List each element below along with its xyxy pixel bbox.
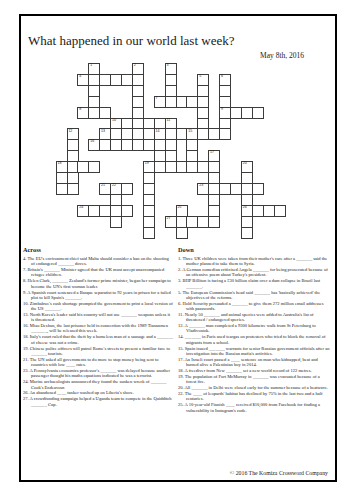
cell-number: 18 [57, 162, 61, 166]
down-clues-column: Down 1. Three UK children were taken fro… [178, 246, 331, 414]
cell-number: 24 [79, 206, 83, 210]
clue: 23. A Pennsylvania economics professor's… [23, 368, 173, 379]
page-title: What happened in our world last week? [28, 33, 234, 49]
across-clues-column: Across 4. The EU's environment chief sai… [23, 246, 173, 408]
cell-number: 5 [199, 75, 201, 79]
cell-number: 16 [90, 140, 94, 144]
grid-cell[interactable] [88, 161, 100, 173]
cell-number: 7 [156, 97, 158, 101]
cell-number: 19 [145, 162, 149, 166]
clue: 25. A 10-year-old Finnish ____ received … [178, 402, 331, 413]
grid-cell[interactable] [252, 107, 264, 119]
puzzle-date: May 8th, 2016 [260, 51, 304, 60]
clue: 15. Spain issued _______ warrants for se… [178, 346, 331, 357]
across-clue-list: 4. The EU's environment chief said Malta… [23, 256, 173, 407]
cell-number: 26 [243, 206, 247, 210]
cell-number: 12 [68, 130, 72, 134]
cell-number: 11 [166, 119, 170, 123]
grid-cell[interactable] [121, 205, 133, 217]
clue: 5. The European Commission's head said _… [178, 290, 331, 301]
clue: 19. Chinese police officers will patrol … [23, 346, 173, 357]
clue: 11. Nearly 50 _______ and animal species… [178, 312, 331, 323]
clue: 21. The UN asked all governments to do m… [23, 357, 173, 368]
cell-number: 6 [221, 75, 223, 79]
cell-number: 22 [112, 184, 116, 188]
clue: 18. Italy's court ruled that the theft b… [23, 334, 173, 345]
clue: 3. BHP Billiton is facing a £30 billion … [178, 278, 331, 289]
clue: 14. _______ in Paris used teargas on pro… [178, 334, 331, 345]
clue: 19. The population of Fort McMurray in _… [178, 374, 331, 385]
clue: 18. A freediver from New _______ set a n… [178, 368, 331, 373]
cell-number: 14 [156, 130, 160, 134]
clue: 26. An abandoned ____ tanker washed up o… [23, 390, 173, 395]
clue: 24. Marine archaeologists announced they… [23, 379, 173, 390]
clue: 2. A German comedian criticised Angela _… [178, 267, 331, 278]
clue: 8. Helen Clark, _______ Zealand's former… [23, 278, 173, 289]
down-header: Down [178, 246, 331, 253]
clue: 4. The EU's environment chief said Malta… [23, 256, 173, 267]
grid-cell[interactable] [219, 128, 231, 140]
grid-cell[interactable] [143, 227, 155, 239]
cell-number: 13 [101, 130, 105, 134]
clue: 17. An Israeli court passed a ____ sente… [178, 357, 331, 368]
down-clue-list: 1. Three UK children were taken from the… [178, 256, 331, 413]
grid-cell[interactable] [252, 183, 264, 195]
cell-number: 25 [177, 206, 181, 210]
copyright-footer: © 2016 The Komiza Crossword Company [230, 470, 328, 476]
clue: 1. Three UK children were taken from the… [178, 256, 331, 267]
cell-number: 21 [101, 184, 105, 188]
cell-number: 15 [188, 130, 192, 134]
cell-number: 20 [243, 162, 247, 166]
clue: 7. Britain's _______ Minister agreed tha… [23, 267, 173, 278]
cell-number: 27 [166, 217, 170, 221]
clue: 10. Zimbabwe's cash shortage prompted th… [23, 301, 173, 312]
cell-number: 3 [166, 64, 168, 68]
cell-number: 10 [112, 119, 116, 123]
grid-cell[interactable] [110, 216, 122, 228]
grid-cell[interactable] [67, 183, 79, 195]
cell-number: 2 [134, 64, 136, 68]
clue: 12. A _______ man completed a 9300 kilom… [178, 323, 331, 334]
grid-cell[interactable] [274, 205, 286, 217]
clue: 13. North Korea's leader said his countr… [23, 312, 173, 323]
across-header: Across [23, 246, 173, 253]
cell-number: 4 [79, 75, 81, 79]
crossword-grid: 1234567891011121314151617181920212223242… [56, 63, 286, 239]
grid-cell[interactable] [176, 227, 188, 239]
grid-cell[interactable] [208, 216, 220, 228]
clue: 6. Hold Security persuaded a _______ to … [178, 301, 331, 312]
clue: 16. Miao Deshun, the last prisoner held … [23, 323, 173, 334]
clue: 27. A crowdfunding campaign helped a Uga… [23, 396, 173, 407]
grid-cell[interactable] [121, 183, 133, 195]
cell-number: 1 [90, 64, 92, 68]
cell-number: 8 [79, 108, 81, 112]
cell-number: 17 [210, 151, 214, 155]
grid-cell[interactable] [241, 227, 253, 239]
cell-number: 9 [221, 108, 223, 112]
clue: 22. The ____ of leopards' habitat has de… [178, 391, 331, 402]
cell-number: 23 [199, 184, 203, 188]
clue: 9. A Spanish court sentenced a Basque se… [23, 290, 173, 301]
clue: 20. All _______ in Delhi were closed ear… [178, 385, 331, 390]
